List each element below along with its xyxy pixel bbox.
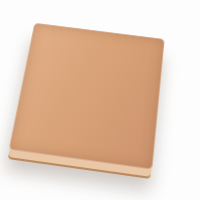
puzzle-board	[9, 23, 165, 170]
board-top	[9, 23, 165, 170]
product-photo	[0, 0, 200, 200]
